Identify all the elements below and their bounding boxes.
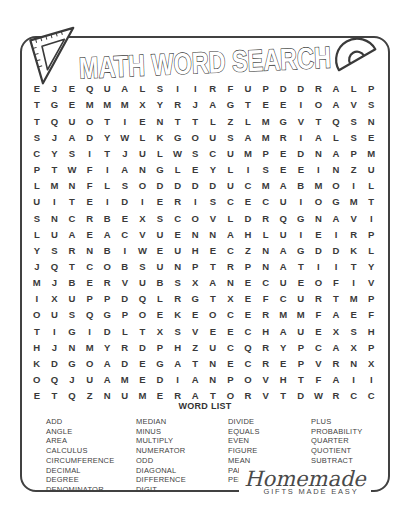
grid-cell[interactable]: X — [151, 323, 169, 339]
grid-cell[interactable]: J — [28, 259, 46, 275]
grid-cell[interactable]: U — [63, 291, 81, 307]
grid-cell[interactable]: I — [46, 323, 64, 339]
grid-cell[interactable]: O — [134, 178, 152, 194]
grid-cell[interactable]: S — [186, 146, 204, 162]
grid-cell[interactable]: R — [63, 242, 81, 258]
grid-cell[interactable]: C — [257, 194, 275, 210]
grid-cell[interactable]: P — [362, 339, 380, 355]
grid-cell[interactable]: G — [98, 307, 116, 323]
grid-cell[interactable]: T — [186, 113, 204, 129]
grid-cell[interactable]: E — [151, 307, 169, 323]
grid-cell[interactable]: L — [28, 226, 46, 242]
grid-cell[interactable]: I — [327, 259, 345, 275]
grid-cell[interactable]: T — [327, 291, 345, 307]
grid-cell[interactable]: A — [63, 129, 81, 145]
grid-cell[interactable]: E — [257, 97, 275, 113]
grid-cell[interactable]: W — [116, 129, 134, 145]
grid-cell[interactable]: I — [292, 194, 310, 210]
grid-cell[interactable]: E — [274, 97, 292, 113]
grid-cell[interactable]: I — [134, 194, 152, 210]
grid-cell[interactable]: F — [81, 162, 99, 178]
grid-cell[interactable]: A — [327, 210, 345, 226]
grid-cell[interactable]: V — [362, 275, 380, 291]
grid-cell[interactable]: E — [274, 146, 292, 162]
grid-cell[interactable]: X — [222, 291, 240, 307]
grid-cell[interactable]: I — [169, 81, 187, 97]
grid-cell[interactable]: R — [310, 291, 328, 307]
grid-cell[interactable]: A — [327, 81, 345, 97]
grid-cell[interactable]: G — [46, 97, 64, 113]
grid-cell[interactable]: P — [222, 372, 240, 388]
grid-cell[interactable]: E — [204, 323, 222, 339]
grid-cell[interactable]: Q — [134, 291, 152, 307]
grid-cell[interactable]: P — [292, 339, 310, 355]
grid-cell[interactable]: T — [204, 259, 222, 275]
grid-cell[interactable]: L — [327, 129, 345, 145]
grid-cell[interactable]: P — [257, 146, 275, 162]
grid-cell[interactable]: W — [169, 146, 187, 162]
grid-cell[interactable]: L — [134, 81, 152, 97]
grid-cell[interactable]: X — [186, 275, 204, 291]
grid-cell[interactable]: L — [257, 226, 275, 242]
grid-cell[interactable]: S — [257, 162, 275, 178]
grid-cell[interactable]: T — [310, 113, 328, 129]
grid-cell[interactable]: S — [169, 323, 187, 339]
grid-cell[interactable]: N — [310, 146, 328, 162]
grid-cell[interactable]: R — [257, 356, 275, 372]
grid-cell[interactable]: J — [63, 372, 81, 388]
grid-cell[interactable]: F — [257, 291, 275, 307]
grid-cell[interactable]: O — [81, 356, 99, 372]
grid-cell[interactable]: F — [310, 307, 328, 323]
grid-cell[interactable]: E — [169, 226, 187, 242]
grid-cell[interactable]: I — [169, 372, 187, 388]
grid-cell[interactable]: N — [169, 259, 187, 275]
grid-cell[interactable]: N — [186, 226, 204, 242]
grid-cell[interactable]: S — [222, 129, 240, 145]
grid-cell[interactable]: N — [81, 242, 99, 258]
grid-cell[interactable]: O — [204, 307, 222, 323]
grid-cell[interactable]: R — [116, 339, 134, 355]
grid-cell[interactable]: N — [257, 259, 275, 275]
grid-cell[interactable]: O — [186, 129, 204, 145]
grid-cell[interactable]: D — [292, 146, 310, 162]
grid-cell[interactable]: C — [257, 275, 275, 291]
grid-cell[interactable]: P — [345, 146, 363, 162]
grid-cell[interactable]: T — [98, 146, 116, 162]
grid-cell[interactable]: M — [310, 178, 328, 194]
grid-cell[interactable]: H — [362, 323, 380, 339]
grid-cell[interactable]: C — [239, 178, 257, 194]
grid-cell[interactable]: D — [46, 356, 64, 372]
grid-cell[interactable]: L — [239, 113, 257, 129]
grid-cell[interactable]: I — [362, 210, 380, 226]
grid-cell[interactable]: V — [134, 226, 152, 242]
grid-cell[interactable]: R — [257, 339, 275, 355]
grid-cell[interactable]: U — [98, 81, 116, 97]
grid-cell[interactable]: V — [186, 323, 204, 339]
grid-cell[interactable]: M — [98, 97, 116, 113]
grid-cell[interactable]: R — [98, 275, 116, 291]
grid-cell[interactable]: V — [292, 113, 310, 129]
grid-cell[interactable]: X — [134, 97, 152, 113]
grid-cell[interactable]: S — [63, 307, 81, 323]
grid-cell[interactable]: C — [222, 307, 240, 323]
grid-cell[interactable]: U — [222, 178, 240, 194]
grid-cell[interactable]: I — [46, 194, 64, 210]
grid-cell[interactable]: V — [310, 356, 328, 372]
grid-cell[interactable]: D — [274, 81, 292, 97]
grid-cell[interactable]: M — [116, 97, 134, 113]
grid-cell[interactable]: E — [186, 162, 204, 178]
grid-cell[interactable]: S — [151, 210, 169, 226]
grid-cell[interactable]: E — [292, 162, 310, 178]
grid-cell[interactable]: N — [63, 339, 81, 355]
grid-cell[interactable]: B — [63, 275, 81, 291]
grid-cell[interactable]: E — [28, 81, 46, 97]
grid-cell[interactable]: I — [186, 194, 204, 210]
grid-cell[interactable]: N — [63, 178, 81, 194]
grid-cell[interactable]: P — [362, 81, 380, 97]
grid-cell[interactable]: E — [186, 307, 204, 323]
grid-cell[interactable]: O — [134, 307, 152, 323]
grid-cell[interactable]: W — [134, 242, 152, 258]
grid-cell[interactable]: R — [222, 259, 240, 275]
grid-cell[interactable]: N — [204, 356, 222, 372]
grid-cell[interactable]: L — [362, 242, 380, 258]
grid-cell[interactable]: U — [274, 194, 292, 210]
grid-cell[interactable]: U — [134, 146, 152, 162]
grid-cell[interactable]: T — [292, 372, 310, 388]
grid-cell[interactable]: K — [345, 242, 363, 258]
grid-cell[interactable]: M — [345, 194, 363, 210]
grid-cell[interactable]: X — [134, 210, 152, 226]
grid-cell[interactable]: X — [362, 356, 380, 372]
grid-cell[interactable]: G — [151, 356, 169, 372]
grid-cell[interactable]: I — [116, 113, 134, 129]
grid-cell[interactable]: T — [134, 323, 152, 339]
grid-cell[interactable]: L — [222, 210, 240, 226]
grid-cell[interactable]: Q — [46, 113, 64, 129]
grid-cell[interactable]: E — [81, 226, 99, 242]
grid-cell[interactable]: I — [98, 162, 116, 178]
grid-cell[interactable]: U — [169, 242, 187, 258]
grid-cell[interactable]: T — [63, 194, 81, 210]
grid-cell[interactable]: S — [134, 259, 152, 275]
grid-cell[interactable]: I — [345, 275, 363, 291]
grid-cell[interactable]: A — [274, 259, 292, 275]
grid-cell[interactable]: N — [134, 162, 152, 178]
grid-cell[interactable]: E — [222, 356, 240, 372]
grid-cell[interactable]: T — [169, 113, 187, 129]
grid-cell[interactable]: E — [239, 291, 257, 307]
grid-cell[interactable]: V — [257, 372, 275, 388]
grid-cell[interactable]: U — [46, 307, 64, 323]
grid-cell[interactable]: P — [186, 259, 204, 275]
grid-cell[interactable]: L — [169, 162, 187, 178]
grid-cell[interactable]: S — [28, 129, 46, 145]
grid-cell[interactable]: S — [116, 178, 134, 194]
grid-cell[interactable]: N — [345, 356, 363, 372]
grid-cell[interactable]: M — [362, 146, 380, 162]
grid-cell[interactable]: Z — [186, 339, 204, 355]
grid-cell[interactable]: O — [81, 113, 99, 129]
grid-cell[interactable]: Q — [46, 259, 64, 275]
grid-cell[interactable]: G — [169, 129, 187, 145]
grid-cell[interactable]: I — [186, 81, 204, 97]
grid-cell[interactable]: E — [239, 194, 257, 210]
grid-cell[interactable]: B — [98, 210, 116, 226]
grid-cell[interactable]: E — [222, 323, 240, 339]
grid-cell[interactable]: S — [169, 275, 187, 291]
grid-cell[interactable]: M — [46, 178, 64, 194]
grid-cell[interactable]: A — [63, 226, 81, 242]
grid-cell[interactable]: T — [292, 259, 310, 275]
grid-cell[interactable]: D — [186, 178, 204, 194]
grid-cell[interactable]: C — [63, 210, 81, 226]
grid-cell[interactable]: F — [81, 178, 99, 194]
grid-cell[interactable]: X — [345, 339, 363, 355]
grid-cell[interactable]: I — [327, 226, 345, 242]
grid-cell[interactable]: D — [81, 129, 99, 145]
grid-cell[interactable]: E — [116, 210, 134, 226]
grid-cell[interactable]: E — [310, 323, 328, 339]
grid-cell[interactable]: F — [310, 372, 328, 388]
grid-cell[interactable]: A — [327, 146, 345, 162]
grid-cell[interactable]: S — [28, 210, 46, 226]
grid-cell[interactable]: H — [169, 339, 187, 355]
grid-cell[interactable]: D — [292, 81, 310, 97]
grid-cell[interactable]: I — [345, 178, 363, 194]
grid-cell[interactable]: N — [204, 372, 222, 388]
grid-cell[interactable]: T — [345, 259, 363, 275]
grid-cell[interactable]: Q — [81, 81, 99, 97]
grid-cell[interactable]: T — [63, 259, 81, 275]
grid-cell[interactable]: T — [186, 356, 204, 372]
grid-cell[interactable]: A — [310, 129, 328, 145]
grid-cell[interactable]: R — [169, 97, 187, 113]
grid-cell[interactable]: S — [345, 129, 363, 145]
grid-cell[interactable]: E — [274, 162, 292, 178]
grid-cell[interactable]: U — [239, 81, 257, 97]
grid-cell[interactable]: U — [204, 339, 222, 355]
grid-cell[interactable]: D — [98, 323, 116, 339]
grid-cell[interactable]: P — [362, 226, 380, 242]
grid-cell[interactable]: Y — [151, 97, 169, 113]
grid-cell[interactable]: F — [362, 307, 380, 323]
grid-cell[interactable]: O — [186, 210, 204, 226]
grid-cell[interactable]: G — [274, 113, 292, 129]
grid-cell[interactable]: L — [204, 113, 222, 129]
grid-cell[interactable]: P — [116, 307, 134, 323]
grid-cell[interactable]: A — [327, 307, 345, 323]
grid-cell[interactable]: E — [204, 242, 222, 258]
grid-cell[interactable]: P — [362, 291, 380, 307]
grid-cell[interactable]: B — [151, 275, 169, 291]
grid-cell[interactable]: W — [63, 162, 81, 178]
grid-cell[interactable]: R — [345, 226, 363, 242]
grid-cell[interactable]: H — [28, 339, 46, 355]
grid-cell[interactable]: P — [81, 291, 99, 307]
grid-cell[interactable]: O — [98, 259, 116, 275]
grid-cell[interactable]: D — [151, 372, 169, 388]
grid-cell[interactable]: I — [292, 129, 310, 145]
grid-cell[interactable]: Z — [239, 242, 257, 258]
grid-cell[interactable]: O — [28, 307, 46, 323]
grid-cell[interactable]: K — [169, 307, 187, 323]
grid-cell[interactable]: X — [327, 323, 345, 339]
grid-cell[interactable]: I — [28, 291, 46, 307]
grid-cell[interactable]: Q — [239, 339, 257, 355]
grid-cell[interactable]: I — [239, 162, 257, 178]
grid-cell[interactable]: T — [204, 291, 222, 307]
grid-cell[interactable]: G — [222, 97, 240, 113]
grid-cell[interactable]: N — [310, 210, 328, 226]
grid-cell[interactable]: R — [169, 194, 187, 210]
grid-cell[interactable]: E — [151, 242, 169, 258]
grid-cell[interactable]: C — [169, 210, 187, 226]
grid-cell[interactable]: I — [292, 226, 310, 242]
grid-cell[interactable]: U — [28, 194, 46, 210]
grid-cell[interactable]: G — [292, 242, 310, 258]
grid-cell[interactable]: O — [310, 194, 328, 210]
grid-cell[interactable]: N — [204, 226, 222, 242]
grid-cell[interactable]: U — [204, 129, 222, 145]
grid-cell[interactable]: H — [274, 372, 292, 388]
grid-cell[interactable]: H — [186, 242, 204, 258]
grid-cell[interactable]: I — [345, 372, 363, 388]
grid-cell[interactable]: R — [274, 129, 292, 145]
grid-cell[interactable]: O — [310, 97, 328, 113]
grid-cell[interactable]: L — [116, 323, 134, 339]
grid-cell[interactable]: A — [116, 81, 134, 97]
grid-cell[interactable]: D — [116, 194, 134, 210]
grid-cell[interactable]: Q — [327, 113, 345, 129]
grid-cell[interactable]: U — [362, 162, 380, 178]
grid-cell[interactable]: J — [116, 146, 134, 162]
grid-cell[interactable]: L — [151, 146, 169, 162]
grid-cell[interactable]: N — [46, 210, 64, 226]
grid-cell[interactable]: Y — [46, 146, 64, 162]
grid-cell[interactable]: J — [186, 97, 204, 113]
grid-cell[interactable]: D — [151, 178, 169, 194]
grid-cell[interactable]: E — [151, 194, 169, 210]
grid-cell[interactable]: N — [327, 162, 345, 178]
grid-cell[interactable]: E — [134, 372, 152, 388]
grid-cell[interactable]: E — [81, 194, 99, 210]
grid-cell[interactable]: T — [362, 194, 380, 210]
grid-cell[interactable]: A — [204, 275, 222, 291]
grid-cell[interactable]: L — [151, 291, 169, 307]
grid-cell[interactable]: E — [134, 113, 152, 129]
grid-cell[interactable]: R — [169, 291, 187, 307]
grid-cell[interactable]: Z — [345, 162, 363, 178]
grid-cell[interactable]: A — [239, 129, 257, 145]
grid-cell[interactable]: V — [204, 210, 222, 226]
grid-cell[interactable]: T — [28, 323, 46, 339]
grid-cell[interactable]: I — [98, 194, 116, 210]
grid-cell[interactable]: E — [63, 81, 81, 97]
grid-cell[interactable]: P — [292, 356, 310, 372]
grid-cell[interactable]: A — [186, 372, 204, 388]
grid-cell[interactable]: V — [345, 210, 363, 226]
grid-cell[interactable]: I — [81, 323, 99, 339]
grid-cell[interactable]: A — [274, 178, 292, 194]
grid-cell[interactable]: E — [239, 307, 257, 323]
grid-cell[interactable]: U — [292, 291, 310, 307]
grid-cell[interactable]: N — [257, 242, 275, 258]
grid-cell[interactable]: U — [134, 275, 152, 291]
grid-cell[interactable]: C — [274, 291, 292, 307]
grid-cell[interactable]: A — [116, 162, 134, 178]
grid-cell[interactable]: J — [46, 81, 64, 97]
grid-cell[interactable]: Q — [46, 372, 64, 388]
grid-cell[interactable]: C — [81, 259, 99, 275]
grid-cell[interactable]: G — [327, 194, 345, 210]
grid-cell[interactable]: C — [222, 194, 240, 210]
grid-cell[interactable]: S — [345, 113, 363, 129]
grid-cell[interactable]: M — [345, 291, 363, 307]
grid-cell[interactable]: D — [134, 339, 152, 355]
grid-cell[interactable]: X — [46, 291, 64, 307]
grid-cell[interactable]: S — [46, 242, 64, 258]
grid-cell[interactable]: R — [204, 81, 222, 97]
grid-cell[interactable]: Y — [28, 242, 46, 258]
grid-cell[interactable]: N — [151, 113, 169, 129]
grid-cell[interactable]: T — [28, 97, 46, 113]
grid-cell[interactable]: C — [204, 146, 222, 162]
grid-cell[interactable]: A — [169, 356, 187, 372]
grid-cell[interactable]: V — [345, 97, 363, 113]
grid-cell[interactable]: M — [116, 372, 134, 388]
grid-cell[interactable]: E — [239, 275, 257, 291]
grid-cell[interactable]: V — [116, 275, 134, 291]
grid-cell[interactable]: A — [98, 226, 116, 242]
grid-cell[interactable]: C — [116, 226, 134, 242]
grid-cell[interactable]: E — [274, 356, 292, 372]
grid-cell[interactable]: C — [28, 146, 46, 162]
grid-cell[interactable]: C — [222, 242, 240, 258]
grid-cell[interactable]: A — [222, 226, 240, 242]
grid-cell[interactable]: M — [274, 307, 292, 323]
grid-cell[interactable]: Y — [274, 339, 292, 355]
grid-cell[interactable]: D — [116, 291, 134, 307]
grid-cell[interactable]: R — [310, 81, 328, 97]
grid-cell[interactable]: U — [63, 113, 81, 129]
grid-cell[interactable]: E — [134, 356, 152, 372]
grid-cell[interactable]: L — [362, 178, 380, 194]
grid-cell[interactable]: N — [222, 275, 240, 291]
grid-cell[interactable]: C — [310, 339, 328, 355]
grid-cell[interactable]: M — [239, 146, 257, 162]
grid-cell[interactable]: L — [28, 178, 46, 194]
grid-cell[interactable]: P — [98, 291, 116, 307]
grid-cell[interactable]: Y — [204, 162, 222, 178]
grid-cell[interactable]: Y — [362, 259, 380, 275]
grid-cell[interactable]: O — [28, 372, 46, 388]
grid-cell[interactable]: A — [274, 323, 292, 339]
grid-cell[interactable]: P — [151, 339, 169, 355]
grid-cell[interactable]: T — [46, 162, 64, 178]
grid-cell[interactable]: J — [46, 129, 64, 145]
grid-cell[interactable]: I — [310, 162, 328, 178]
grid-cell[interactable]: E — [292, 275, 310, 291]
grid-cell[interactable]: A — [98, 372, 116, 388]
grid-cell[interactable]: P — [28, 162, 46, 178]
grid-cell[interactable]: B — [98, 242, 116, 258]
grid-cell[interactable]: U — [222, 146, 240, 162]
grid-cell[interactable]: A — [327, 372, 345, 388]
